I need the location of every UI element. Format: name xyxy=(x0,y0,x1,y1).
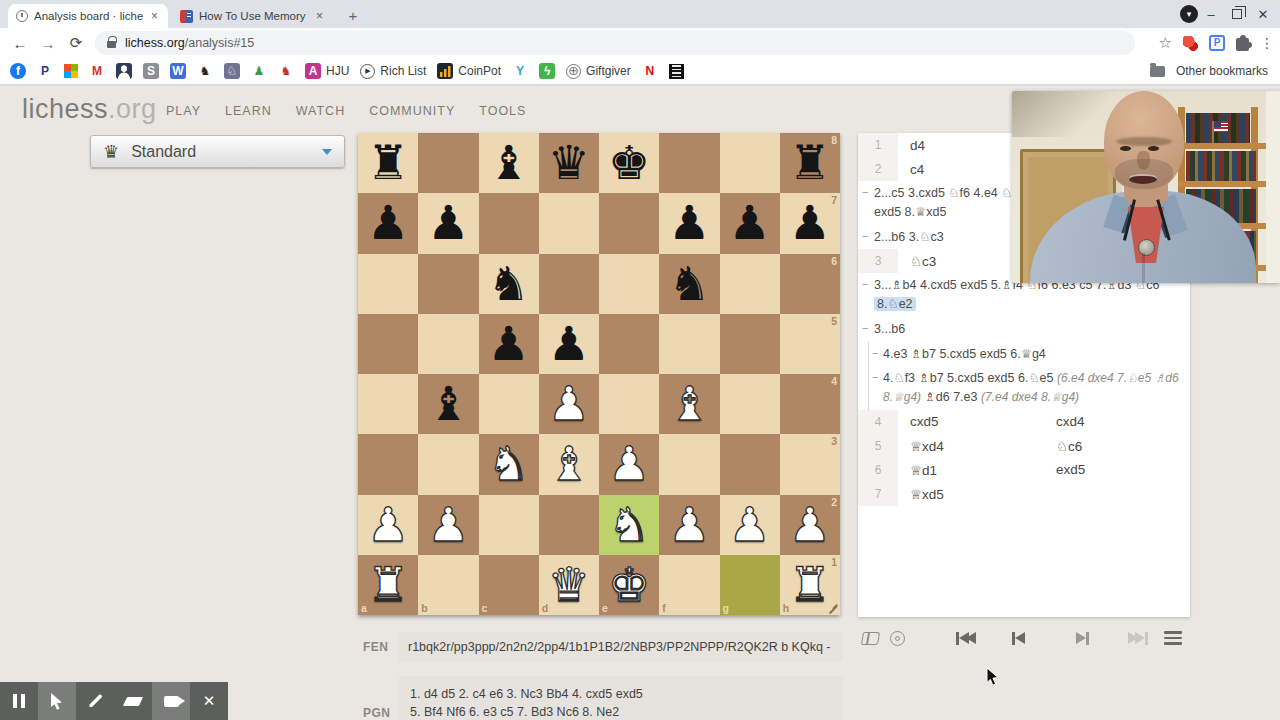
square-g2[interactable]: ♟ xyxy=(720,495,780,555)
bookmark-star-icon[interactable]: ☆ xyxy=(1159,34,1172,52)
previous-move-button[interactable] xyxy=(1012,625,1025,651)
square-e5[interactable] xyxy=(599,314,659,374)
file-label-a: a xyxy=(361,602,367,614)
extension-red-icon[interactable] xyxy=(1183,36,1198,51)
variation-moves[interactable]: ♗d6 7.e3 xyxy=(921,390,981,404)
square-g1[interactable]: g xyxy=(720,555,780,615)
bookmark-microsoft[interactable] xyxy=(64,64,78,78)
square-g7[interactable]: ♟ xyxy=(720,193,780,253)
square-g4[interactable] xyxy=(720,374,780,434)
variation-moves[interactable]: 2...c5 3.cxd5 ♘f6 4.e4 ♘xe4 xyxy=(874,186,1033,200)
back-button[interactable]: ← xyxy=(6,35,34,52)
piece-white-rook: ♜ xyxy=(367,555,409,615)
current-move[interactable]: 8.♘e2 xyxy=(874,297,916,311)
piece-black-pawn: ♟ xyxy=(427,193,469,253)
move-number: 6 xyxy=(858,458,898,482)
bookmark-label: HJU xyxy=(326,64,349,78)
square-b1[interactable]: b xyxy=(418,555,478,615)
book-icon xyxy=(861,632,880,645)
board-resize-handle[interactable] xyxy=(828,603,838,613)
square-h8[interactable]: ♜8 xyxy=(780,133,840,193)
chess-pawn-icon: ♟ xyxy=(251,63,267,79)
square-e8[interactable]: ♚ xyxy=(599,133,659,193)
nav-tools[interactable]: TOOLS xyxy=(479,104,526,118)
bookmark-label: Rich List xyxy=(380,64,426,78)
square-d8[interactable]: ♛ xyxy=(539,133,599,193)
rank-label-6: 6 xyxy=(831,255,837,267)
bookmark-netflix[interactable]: N xyxy=(642,63,658,79)
bookmark-gmail[interactable]: M xyxy=(89,63,105,79)
folder-icon xyxy=(1150,66,1165,77)
square-f3[interactable] xyxy=(659,434,719,494)
move-row-4: 4cxd5cxd4 xyxy=(858,410,1190,434)
practice-button[interactable] xyxy=(890,625,905,651)
move-number: 7 xyxy=(858,482,898,506)
piece-white-king: ♚ xyxy=(608,555,650,615)
piece-black-bishop: ♝ xyxy=(427,374,469,434)
file-label-e: e xyxy=(602,602,608,614)
file-label-c: c xyxy=(482,602,488,614)
tab-analysis-board[interactable]: Analysis board · lichess.org × xyxy=(8,4,168,28)
rank-label-5: 5 xyxy=(831,315,837,327)
pointer-icon xyxy=(50,693,64,710)
profile-badge-icon[interactable]: ▾ xyxy=(1180,5,1198,23)
bookmark-rich-list[interactable]: ▶Rich List xyxy=(360,64,426,79)
square-b7[interactable]: ♟ xyxy=(418,193,478,253)
square-b2[interactable]: ♟ xyxy=(418,495,478,555)
square-c5[interactable]: ♟ xyxy=(479,314,539,374)
move-row-7: 7♕xd5 xyxy=(858,482,1190,506)
url-text: lichess.org/analysis#15 xyxy=(125,36,254,50)
tab-title: Analysis board · lichess.org xyxy=(34,10,143,22)
camera-button[interactable] xyxy=(152,682,190,720)
bookmark-chess-bw[interactable]: ♞ xyxy=(197,63,213,79)
other-bookmarks-button[interactable]: Other bookmarks xyxy=(1150,64,1268,78)
variation-line: 4.e3 ♗b7 5.cxd5 exd5 6.♕g4 xyxy=(868,342,1190,367)
bookmark-s-app[interactable]: S xyxy=(143,63,159,79)
black-move[interactable]: exd5 xyxy=(1044,462,1190,477)
facebook-icon: f xyxy=(10,63,26,79)
square-a3[interactable] xyxy=(358,434,418,494)
rank-label-7: 7 xyxy=(831,194,837,206)
analysis-controls xyxy=(858,625,1190,651)
new-tab-button[interactable]: + xyxy=(342,5,364,27)
piece-white-rook: ♜ xyxy=(789,555,831,615)
square-e4[interactable] xyxy=(599,374,659,434)
webcam-overlay xyxy=(1012,91,1280,283)
square-e2[interactable]: ♞ xyxy=(599,495,659,555)
piece-white-pawn: ♟ xyxy=(608,434,650,494)
site-nav: PLAY LEARN WATCH COMMUNITY TOOLS xyxy=(166,104,526,118)
square-a5[interactable] xyxy=(358,314,418,374)
square-f4[interactable]: ♝ xyxy=(659,374,719,434)
tab-title: How To Use Memory Techniques xyxy=(199,10,309,22)
rich-list-icon: ▶ xyxy=(360,64,375,79)
minimize-button[interactable]: – xyxy=(1198,7,1224,22)
coinpot-icon xyxy=(437,63,453,79)
piece-white-bishop: ♝ xyxy=(548,434,590,494)
square-d5[interactable]: ♟ xyxy=(539,314,599,374)
netflix-icon: N xyxy=(642,63,658,79)
variation-moves[interactable]: (7.e4 dxe4 8.♕g4) xyxy=(981,390,1079,404)
y-app-icon: Y xyxy=(512,63,528,79)
piece-white-pawn: ♟ xyxy=(789,495,831,555)
square-a2[interactable]: ♟ xyxy=(358,495,418,555)
variation-line: 3...b6 xyxy=(858,317,1190,342)
bookmark-red-knight[interactable]: ♞ xyxy=(278,63,294,79)
browser-menu-icon[interactable]: ⋮ xyxy=(1260,35,1274,51)
opening-explorer-button[interactable] xyxy=(862,625,879,651)
piece-white-pawn: ♟ xyxy=(668,495,710,555)
square-f5[interactable] xyxy=(659,314,719,374)
move-number: 1 xyxy=(858,133,898,157)
browser-toolbar: ← → ⟳ lichess.org/analysis#15 ☆ P ⋮ xyxy=(0,28,1280,58)
tab-close-icon[interactable]: × xyxy=(149,9,160,23)
square-a7[interactable]: ♟ xyxy=(358,193,418,253)
piece-black-rook: ♜ xyxy=(789,133,831,193)
nav-play[interactable]: PLAY xyxy=(166,104,201,118)
variation-moves[interactable]: 2...b6 3.♘c3 xyxy=(874,230,944,244)
square-h7[interactable]: ♟7 xyxy=(780,193,840,253)
chevron-down-icon xyxy=(322,149,332,155)
pen-icon xyxy=(88,694,103,709)
bookmark-y-app[interactable]: Y xyxy=(512,63,528,79)
crown-icon: ♛ xyxy=(103,141,119,163)
variation-moves[interactable]: 4.e3 ♗b7 5.cxd5 exd5 6.♕g4 xyxy=(883,347,1046,361)
square-f7[interactable]: ♟ xyxy=(659,193,719,253)
highlighter-button[interactable] xyxy=(114,682,152,720)
piece-black-pawn: ♟ xyxy=(729,193,771,253)
piece-white-queen: ♛ xyxy=(548,555,590,615)
square-e3[interactable]: ♟ xyxy=(599,434,659,494)
wa-app-icon: W xyxy=(170,63,186,79)
s-app-icon: S xyxy=(143,63,159,79)
close-window-button[interactable]: ✕ xyxy=(1250,7,1276,22)
pgn-label: PGN xyxy=(363,706,391,720)
address-bar[interactable]: lichess.org/analysis#15 xyxy=(95,31,1135,55)
camera-icon xyxy=(164,696,179,707)
menu-button[interactable] xyxy=(1164,625,1182,651)
us-flag xyxy=(1214,121,1228,132)
bookmark-wa-app[interactable]: W xyxy=(170,63,186,79)
bookmarks-bar: fPMSW♞♘♟♞AHJU▶Rich ListCoinPotYϟ⊕Giftgiv… xyxy=(0,58,1280,86)
variant-label: Standard xyxy=(131,143,322,161)
piece-black-pawn: ♟ xyxy=(548,314,590,374)
lichess-logo[interactable]: lichess.org xyxy=(22,94,157,125)
square-a4[interactable] xyxy=(358,374,418,434)
white-move[interactable]: ♕d1 xyxy=(898,462,1044,478)
red-knight-icon: ♞ xyxy=(278,63,294,79)
square-g3[interactable] xyxy=(720,434,780,494)
extension-p-icon[interactable]: P xyxy=(1209,35,1225,51)
square-c3[interactable]: ♞ xyxy=(479,434,539,494)
target-icon xyxy=(890,631,905,646)
pendant xyxy=(1138,239,1155,256)
chess-bw-icon: ♞ xyxy=(197,63,213,79)
chess-board: ♜♝♛♚♜8♟♟♟♟♟7♞♞6♟♟5♝♟♝4♞♝♟3♟♟♞♟♟♟2♜abc♛d♚… xyxy=(358,133,840,615)
rank-label-3: 3 xyxy=(831,435,837,447)
square-e7[interactable] xyxy=(599,193,659,253)
file-label-h: h xyxy=(783,602,789,614)
bookmark-facebook[interactable]: f xyxy=(10,63,26,79)
square-d3[interactable]: ♝ xyxy=(539,434,599,494)
piece-black-queen: ♛ xyxy=(548,133,590,193)
rank-label-2: 2 xyxy=(831,496,837,508)
file-label-b: b xyxy=(421,602,427,614)
square-h6[interactable]: 6 xyxy=(780,254,840,314)
file-label-g: g xyxy=(723,602,729,614)
square-g6[interactable] xyxy=(720,254,780,314)
nav-watch[interactable]: WATCH xyxy=(296,104,345,118)
reload-button[interactable]: ⟳ xyxy=(62,34,90,52)
first-move-button[interactable] xyxy=(956,625,976,651)
piece-white-knight: ♞ xyxy=(488,434,530,494)
lichess-page: lichess.org PLAY LEARN WATCH COMMUNITY T… xyxy=(0,86,1280,720)
square-d1[interactable]: ♛d xyxy=(539,555,599,615)
pen-button[interactable] xyxy=(76,682,114,720)
hju-icon: A xyxy=(305,63,321,79)
square-b6[interactable] xyxy=(418,254,478,314)
tab-memory-techniques[interactable]: How To Use Memory Techniques × xyxy=(172,4,332,28)
chess-knight-icon: ♘ xyxy=(224,63,240,79)
microsoft-icon xyxy=(64,64,78,78)
fen-label: FEN xyxy=(363,640,389,654)
nav-community[interactable]: COMMUNITY xyxy=(369,104,455,118)
paypal-icon: P xyxy=(37,63,53,79)
nav-learn[interactable]: LEARN xyxy=(225,104,272,118)
bookmark-label: Giftgiver xyxy=(586,64,631,78)
square-d7[interactable] xyxy=(539,193,599,253)
square-f1[interactable]: f xyxy=(659,555,719,615)
next-move-button[interactable] xyxy=(1076,625,1089,651)
piece-white-pawn: ♟ xyxy=(548,374,590,434)
lichess-favicon-icon xyxy=(16,10,28,22)
square-h1[interactable]: ♜h1 xyxy=(780,555,840,615)
square-h2[interactable]: ♟2 xyxy=(780,495,840,555)
tab-close-icon[interactable]: × xyxy=(315,9,324,23)
move-number: 4 xyxy=(858,410,898,434)
file-label-d: d xyxy=(542,602,548,614)
bookmark-chess-pawn[interactable]: ♟ xyxy=(251,63,267,79)
white-move[interactable]: cxd5 xyxy=(898,414,1044,429)
bookmark-label: CoinPot xyxy=(458,64,501,78)
piece-black-knight: ♞ xyxy=(668,254,710,314)
piece-white-bishop: ♝ xyxy=(668,374,710,434)
square-c7[interactable] xyxy=(479,193,539,253)
square-c4[interactable] xyxy=(479,374,539,434)
square-h5[interactable]: 5 xyxy=(780,314,840,374)
square-a1[interactable]: ♜a xyxy=(358,555,418,615)
square-b4[interactable]: ♝ xyxy=(418,374,478,434)
bookmark-qr[interactable] xyxy=(669,64,684,79)
close-icon: ✕ xyxy=(203,692,216,710)
pointer-button[interactable] xyxy=(38,682,76,720)
close-recorder-button[interactable]: ✕ xyxy=(190,682,228,720)
bookmark-chess-knight[interactable]: ♘ xyxy=(224,63,240,79)
video-favicon-icon xyxy=(180,10,193,23)
bookmark-paypal[interactable]: P xyxy=(37,63,53,79)
move-number: 3 xyxy=(858,249,898,273)
square-f8[interactable] xyxy=(659,133,719,193)
square-c6[interactable]: ♞ xyxy=(479,254,539,314)
file-label-f: f xyxy=(662,602,666,614)
square-f6[interactable]: ♞ xyxy=(659,254,719,314)
move-number: 5 xyxy=(858,434,898,458)
pause-icon xyxy=(13,694,25,708)
piece-white-pawn: ♟ xyxy=(427,495,469,555)
recorder-toolbar: ✕ xyxy=(0,682,228,720)
move-number: 2 xyxy=(858,157,898,181)
bookmark-hju[interactable]: AHJU xyxy=(305,63,349,79)
square-a6[interactable] xyxy=(358,254,418,314)
move-row-5: 5♕xd4♘c6 xyxy=(858,434,1190,458)
gmail-icon: M xyxy=(89,63,105,79)
variation-moves[interactable]: 4.♘f3 ♗b7 5.cxd5 exd5 6.♘e5 xyxy=(883,371,1057,385)
square-b3[interactable] xyxy=(418,434,478,494)
window-strip xyxy=(1266,91,1280,283)
square-g5[interactable] xyxy=(720,314,780,374)
piece-white-knight: ♞ xyxy=(608,495,650,555)
mouse-cursor xyxy=(986,668,1000,686)
square-a8[interactable]: ♜ xyxy=(358,133,418,193)
z-app-icon: ϟ xyxy=(539,63,555,79)
square-b5[interactable] xyxy=(418,314,478,374)
bookmark-coinpot[interactable]: CoinPot xyxy=(437,63,501,79)
giftgiver-icon: ⊕ xyxy=(566,64,581,79)
qr-icon xyxy=(669,64,684,79)
bookmark-giftgiver[interactable]: ⊕Giftgiver xyxy=(566,64,631,79)
variant-select[interactable]: ♛ Standard xyxy=(90,135,345,168)
piece-white-pawn: ♟ xyxy=(367,495,409,555)
rank-label-4: 4 xyxy=(831,375,837,387)
piece-black-king: ♚ xyxy=(608,133,650,193)
piece-black-pawn: ♟ xyxy=(668,193,710,253)
square-c2[interactable] xyxy=(479,495,539,555)
extensions-puzzle-icon[interactable] xyxy=(1236,38,1249,51)
square-h4[interactable]: 4 xyxy=(780,374,840,434)
square-e1[interactable]: ♚e xyxy=(599,555,659,615)
square-h3[interactable]: 3 xyxy=(780,434,840,494)
highlighter-icon xyxy=(123,697,143,706)
lock-icon xyxy=(107,41,116,48)
square-g8[interactable] xyxy=(720,133,780,193)
piece-black-knight: ♞ xyxy=(488,254,530,314)
bookmark-z-app[interactable]: ϟ xyxy=(539,63,555,79)
white-move[interactable]: ♕xd5 xyxy=(898,486,1044,502)
square-d6[interactable] xyxy=(539,254,599,314)
variation-moves[interactable]: exd5 8.♕xd5 xyxy=(874,205,946,219)
rank-label-8: 8 xyxy=(831,134,837,146)
square-d4[interactable]: ♟ xyxy=(539,374,599,434)
last-move-button[interactable] xyxy=(1128,625,1148,651)
restore-button[interactable] xyxy=(1232,9,1242,19)
square-e6[interactable] xyxy=(599,254,659,314)
pgn-textarea[interactable]: 1. d4 d5 2. c4 e6 3. Nc3 Bb4 4. cxd5 exd… xyxy=(398,676,843,720)
black-move[interactable]: cxd4 xyxy=(1044,414,1190,429)
fen-input[interactable] xyxy=(398,632,843,661)
move-row-6: 6♕d1exd5 xyxy=(858,458,1190,482)
piece-white-pawn: ♟ xyxy=(729,495,771,555)
piece-black-pawn: ♟ xyxy=(488,314,530,374)
bookmark-app-person[interactable] xyxy=(116,63,132,79)
piece-black-pawn: ♟ xyxy=(789,193,831,253)
app-person-icon xyxy=(116,63,132,79)
pause-button[interactable] xyxy=(0,682,38,720)
black-move[interactable]: ♘c6 xyxy=(1044,438,1190,454)
piece-black-bishop: ♝ xyxy=(488,133,530,193)
hamburger-icon xyxy=(1164,631,1182,645)
variation-moves[interactable]: 3...b6 xyxy=(874,322,905,336)
square-c1[interactable]: c xyxy=(479,555,539,615)
square-f2[interactable]: ♟ xyxy=(659,495,719,555)
forward-button[interactable]: → xyxy=(34,35,62,52)
variation-line: 4.♘f3 ♗b7 5.cxd5 exd5 6.♘e5 (6.e4 dxe4 7… xyxy=(868,366,1190,410)
square-b8[interactable] xyxy=(418,133,478,193)
browser-titlebar: Analysis board · lichess.org × How To Us… xyxy=(0,0,1280,28)
piece-black-pawn: ♟ xyxy=(367,193,409,253)
white-move[interactable]: ♕xd4 xyxy=(898,438,1044,454)
square-c8[interactable]: ♝ xyxy=(479,133,539,193)
piece-black-rook: ♜ xyxy=(367,133,409,193)
square-d2[interactable] xyxy=(539,495,599,555)
rank-label-1: 1 xyxy=(831,556,837,568)
